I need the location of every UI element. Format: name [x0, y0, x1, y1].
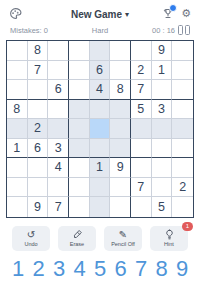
cell-r4c1[interactable]: 8 [7, 100, 28, 120]
cell-r6c8[interactable] [152, 139, 173, 159]
cell-r2c6[interactable] [110, 61, 131, 81]
cell-r1c9[interactable] [172, 41, 193, 61]
header: New Game ▾ ⚙ [0, 0, 200, 22]
cell-r4c7[interactable]: 5 [131, 100, 152, 120]
cell-r2c8[interactable]: 1 [152, 61, 173, 81]
cell-r8c9[interactable]: 2 [172, 178, 193, 198]
cell-r7c3[interactable]: 4 [48, 158, 69, 178]
undo-label: Undo [24, 242, 37, 248]
cell-r2c9[interactable] [172, 61, 193, 81]
cell-r9c1[interactable] [7, 197, 28, 217]
cell-r9c7[interactable] [131, 197, 152, 217]
cell-r3c5[interactable]: 4 [90, 80, 111, 100]
difficulty-label: Hard [92, 26, 108, 35]
cell-r3c4[interactable] [69, 80, 90, 100]
cell-r1c1[interactable] [7, 41, 28, 61]
cell-r6c7[interactable] [131, 139, 152, 159]
cell-r2c3[interactable] [48, 61, 69, 81]
cell-r6c1[interactable]: 1 [7, 139, 28, 159]
cell-r5c6[interactable] [110, 119, 131, 139]
numpad-3[interactable]: 3 [50, 258, 68, 280]
cell-r4c3[interactable] [48, 100, 69, 120]
cell-r3c8[interactable] [152, 80, 173, 100]
cell-r9c3[interactable]: 7 [48, 197, 69, 217]
cell-r3c6[interactable]: 8 [110, 80, 131, 100]
cell-r5c7[interactable] [131, 119, 152, 139]
numpad-7[interactable]: 7 [132, 258, 150, 280]
numpad-2[interactable]: 2 [30, 258, 48, 280]
bulb-icon [164, 229, 175, 241]
cell-r7c8[interactable] [152, 158, 173, 178]
cell-r6c3[interactable]: 3 [48, 139, 69, 159]
numpad-9[interactable]: 9 [173, 258, 191, 280]
numpad-8[interactable]: 8 [153, 258, 171, 280]
cell-r9c9[interactable] [172, 197, 193, 217]
cell-r8c4[interactable] [69, 178, 90, 198]
pencil-label: Pencil Off [111, 242, 135, 248]
cell-r7c5[interactable]: 1 [90, 158, 111, 178]
undo-button[interactable]: ↺ Undo [12, 226, 50, 251]
cell-r2c2[interactable]: 7 [28, 61, 49, 81]
cell-r9c4[interactable] [69, 197, 90, 217]
cell-r4c4[interactable] [69, 100, 90, 120]
cell-r5c9[interactable] [172, 119, 193, 139]
chevron-down-icon: ▾ [125, 11, 129, 19]
hint-label: Hint [164, 242, 174, 248]
cell-r4c5[interactable] [90, 100, 111, 120]
hint-button[interactable]: Hint 1 [150, 226, 188, 251]
cell-r4c2[interactable] [28, 100, 49, 120]
numpad-5[interactable]: 5 [91, 258, 109, 280]
cell-r4c9[interactable] [172, 100, 193, 120]
cell-r3c1[interactable] [7, 80, 28, 100]
cell-r8c7[interactable]: 7 [131, 178, 152, 198]
cell-r8c3[interactable] [48, 178, 69, 198]
timer: 00 : 16 [152, 25, 190, 35]
cell-r5c5[interactable] [90, 119, 111, 139]
cell-r7c1[interactable] [7, 158, 28, 178]
undo-icon: ↺ [27, 229, 35, 241]
cell-r1c4[interactable] [69, 41, 90, 61]
cell-r7c7[interactable] [131, 158, 152, 178]
cell-r2c4[interactable] [69, 61, 90, 81]
cell-r7c9[interactable] [172, 158, 193, 178]
cell-r2c7[interactable]: 2 [131, 61, 152, 81]
hint-badge: 1 [182, 222, 193, 231]
cell-r1c6[interactable] [110, 41, 131, 61]
erase-label: Erase [70, 242, 84, 248]
toolbar: ↺ Undo Erase ✎ Pencil Off Hint 1 [0, 218, 200, 251]
cell-r7c2[interactable] [28, 158, 49, 178]
cell-r9c5[interactable] [90, 197, 111, 217]
sudoku-board: 8976216487853216341972975 [6, 40, 194, 218]
cell-r1c7[interactable] [131, 41, 152, 61]
numpad: 123456789 [0, 251, 200, 280]
mistakes-counter: Mistakes: 0 [10, 26, 48, 35]
notification-dot [169, 4, 177, 12]
cell-r2c1[interactable] [7, 61, 28, 81]
eraser-icon [72, 229, 83, 241]
gear-icon[interactable]: ⚙ [181, 8, 191, 19]
cell-r9c8[interactable]: 5 [152, 197, 173, 217]
pencil-button[interactable]: ✎ Pencil Off [104, 226, 142, 251]
erase-button[interactable]: Erase [58, 226, 96, 251]
trophy-icon[interactable] [162, 7, 174, 20]
cell-r4c8[interactable]: 3 [152, 100, 173, 120]
cell-r2c5[interactable]: 6 [90, 61, 111, 81]
numpad-4[interactable]: 4 [71, 258, 89, 280]
cell-r9c2[interactable]: 9 [28, 197, 49, 217]
cell-r7c6[interactable]: 9 [110, 158, 131, 178]
cell-r6c5[interactable] [90, 139, 111, 159]
cell-r8c1[interactable] [7, 178, 28, 198]
cell-r9c6[interactable] [110, 197, 131, 217]
cell-r1c5[interactable] [90, 41, 111, 61]
cell-r3c7[interactable]: 7 [131, 80, 152, 100]
cell-r1c8[interactable]: 9 [152, 41, 173, 61]
cell-r5c4[interactable] [69, 119, 90, 139]
cell-r8c6[interactable] [110, 178, 131, 198]
cell-r3c9[interactable] [172, 80, 193, 100]
cell-r7c4[interactable] [69, 158, 90, 178]
cell-r5c3[interactable] [48, 119, 69, 139]
stats-bar: Mistakes: 0 Hard 00 : 16 [0, 22, 200, 39]
cell-r6c4[interactable] [69, 139, 90, 159]
cell-r5c8[interactable] [152, 119, 173, 139]
cell-r1c3[interactable] [48, 41, 69, 61]
cell-r6c9[interactable] [172, 139, 193, 159]
cell-r8c2[interactable] [28, 178, 49, 198]
cell-r8c8[interactable] [152, 178, 173, 198]
pencil-icon: ✎ [119, 229, 127, 241]
numpad-6[interactable]: 6 [112, 258, 130, 280]
timer-value: 00 : 16 [152, 26, 175, 35]
pause-icon[interactable] [178, 25, 190, 35]
cell-r1c2[interactable]: 8 [28, 41, 49, 61]
cell-r3c3[interactable]: 6 [48, 80, 69, 100]
cell-r8c5[interactable] [90, 178, 111, 198]
new-game-dropdown[interactable]: New Game ▾ [71, 9, 129, 20]
cell-r6c2[interactable]: 6 [28, 139, 49, 159]
cell-r5c1[interactable] [7, 119, 28, 139]
cell-r4c6[interactable] [110, 100, 131, 120]
cell-r3c2[interactable] [28, 80, 49, 100]
cell-r5c2[interactable]: 2 [28, 119, 49, 139]
numpad-1[interactable]: 1 [9, 258, 27, 280]
page-title: New Game [71, 9, 122, 20]
cell-r6c6[interactable] [110, 139, 131, 159]
palette-icon[interactable] [9, 7, 22, 20]
sudoku-app: New Game ▾ ⚙ Mistakes: 0 Hard 00 : 16 89… [0, 0, 200, 300]
